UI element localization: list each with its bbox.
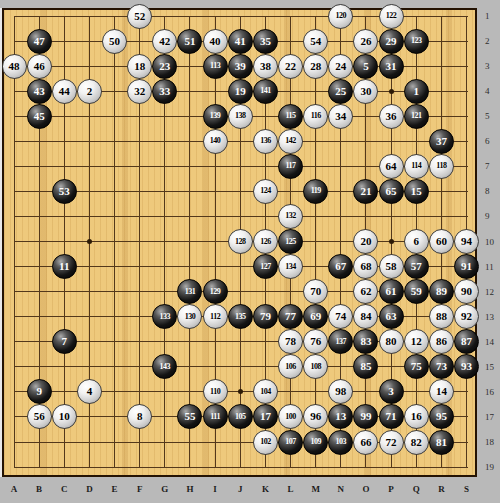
row-label-19: 19 [485,462,500,472]
stone-5-black-O3[interactable]: 5 [353,54,378,79]
stone-number: 104 [260,388,271,396]
stone-number: 29 [386,36,397,47]
stone-number: 37 [436,136,447,147]
stone-56-white-B17[interactable]: 56 [27,404,52,429]
stone-number: 143 [160,363,171,371]
stone-34-white-N5[interactable]: 34 [328,104,353,129]
stone-117-black-L7[interactable]: 117 [278,154,303,179]
stone-111-black-I17[interactable]: 111 [203,404,228,429]
stone-118-white-R7[interactable]: 118 [429,154,454,179]
stone-59-black-Q12[interactable]: 59 [404,279,429,304]
stone-15-black-Q8[interactable]: 15 [404,179,429,204]
stone-number: 113 [210,62,220,70]
stone-number: 87 [461,336,472,347]
stone-number: 81 [436,437,447,448]
col-label-G: G [157,484,173,494]
stone-number: 39 [235,61,246,72]
grid-hline [14,366,468,367]
row-label-3: 3 [485,61,500,71]
row-label-11: 11 [485,262,500,272]
stone-123-black-Q2[interactable]: 123 [404,29,429,54]
stone-number: 77 [285,311,296,322]
grid-hline [14,467,468,468]
stone-number: 122 [386,12,397,20]
star-point-P4 [389,89,394,94]
stone-number: 83 [360,336,371,347]
stone-135-black-J13[interactable]: 135 [228,304,253,329]
stone-number: 121 [411,112,422,120]
stone-number: 98 [335,386,346,397]
stone-number: 63 [386,311,397,322]
stone-12-white-Q14[interactable]: 12 [404,329,429,354]
stone-number: 62 [360,286,371,297]
stone-number: 44 [59,86,70,97]
row-label-18: 18 [485,437,500,447]
stone-number: 118 [436,162,446,170]
row-label-16: 16 [485,387,500,397]
stone-number: 18 [134,61,145,72]
stone-number: 135 [235,313,246,321]
grid-vline [189,16,190,468]
stone-number: 53 [59,186,70,197]
stone-number: 75 [411,361,422,372]
stone-103-black-N18[interactable]: 103 [328,430,353,455]
stone-number: 137 [336,338,347,346]
stone-number: 141 [260,87,271,95]
stone-90-white-S12[interactable]: 90 [454,279,479,304]
stone-number: 6 [413,236,419,247]
stone-number: 91 [461,261,472,272]
stone-80-white-P14[interactable]: 80 [379,329,404,354]
stone-94-white-S10[interactable]: 94 [454,229,479,254]
col-label-A: A [6,484,22,494]
stone-number: 106 [285,363,296,371]
stone-number: 34 [335,111,346,122]
col-label-P: P [383,484,399,494]
stone-number: 115 [286,112,296,120]
stone-number: 66 [360,437,371,448]
stone-number: 31 [386,61,397,72]
stone-number: 70 [310,286,321,297]
stone-number: 96 [310,411,321,422]
row-label-2: 2 [485,36,500,46]
stone-number: 140 [210,137,221,145]
stone-25-black-N4[interactable]: 25 [328,79,353,104]
col-label-I: I [207,484,223,494]
row-label-12: 12 [485,287,500,297]
stone-number: 72 [386,437,397,448]
stone-139-black-I5[interactable]: 139 [203,104,228,129]
stone-number: 43 [34,86,45,97]
row-label-13: 13 [485,312,500,322]
stone-79-black-K13[interactable]: 79 [253,304,278,329]
stone-81-black-R18[interactable]: 81 [429,430,454,455]
stone-61-black-P12[interactable]: 61 [379,279,404,304]
stone-72-white-P18[interactable]: 72 [379,430,404,455]
stone-134-white-L11[interactable]: 134 [278,254,303,279]
stone-number: 94 [461,236,472,247]
stone-number: 30 [360,86,371,97]
stone-33-black-G4[interactable]: 33 [152,79,177,104]
stone-63-black-P13[interactable]: 63 [379,304,404,329]
stone-number: 78 [285,336,296,347]
stone-number: 50 [109,36,120,47]
stone-38-white-K3[interactable]: 38 [253,54,278,79]
stone-number: 32 [134,86,145,97]
stone-number: 82 [411,437,422,448]
stone-number: 131 [185,288,196,296]
stone-115-black-L5[interactable]: 115 [278,104,303,129]
stone-number: 23 [159,61,170,72]
stone-48-white-A3[interactable]: 48 [2,54,27,79]
stone-31-black-P3[interactable]: 31 [379,54,404,79]
stone-number: 93 [461,361,472,372]
col-label-R: R [433,484,449,494]
stone-number: 1 [413,86,419,97]
stone-number: 100 [285,413,296,421]
stone-45-black-B5[interactable]: 45 [27,104,52,129]
stone-number: 127 [260,263,271,271]
star-point-D10 [87,239,92,244]
stone-number: 14 [436,386,447,397]
stone-75-black-Q15[interactable]: 75 [404,354,429,379]
stone-1-black-Q4[interactable]: 1 [404,79,429,104]
stone-number: 89 [436,286,447,297]
stone-number: 7 [62,336,68,347]
stone-number: 119 [311,187,321,195]
stone-136-white-K6[interactable]: 136 [253,129,278,154]
stone-37-black-R6[interactable]: 37 [429,129,454,154]
stone-number: 67 [335,261,346,272]
stone-number: 130 [185,313,196,321]
stone-number: 76 [310,336,321,347]
stone-number: 109 [310,438,321,446]
stone-number: 45 [34,111,45,122]
col-label-N: N [333,484,349,494]
stone-86-white-R14[interactable]: 86 [429,329,454,354]
stone-88-white-R13[interactable]: 88 [429,304,454,329]
stone-number: 56 [34,411,45,422]
stone-number: 4 [87,386,93,397]
stone-number: 65 [386,186,397,197]
col-label-B: B [31,484,47,494]
stone-number: 11 [59,261,69,272]
stone-32-white-F4[interactable]: 32 [127,79,152,104]
stone-number: 69 [310,311,321,322]
grid-vline [315,16,316,468]
stone-number: 68 [360,261,371,272]
stone-number: 15 [411,186,422,197]
go-diagram-screen: 1234567891011121314151617181920212223242… [0,0,500,503]
stone-number: 25 [335,86,346,97]
stone-number: 10 [59,411,70,422]
stone-number: 73 [436,361,447,372]
stone-number: 139 [210,112,221,120]
stone-71-black-P17[interactable]: 71 [379,404,404,429]
stone-41-black-J2[interactable]: 41 [228,29,253,54]
stone-number: 88 [436,311,447,322]
stone-43-black-B4[interactable]: 43 [27,79,52,104]
stone-125-black-L10[interactable]: 125 [278,229,303,254]
stone-number: 86 [436,336,447,347]
row-label-5: 5 [485,111,500,121]
stone-40-white-I2[interactable]: 40 [203,29,228,54]
stone-36-white-P5[interactable]: 36 [379,104,404,129]
row-label-6: 6 [485,136,500,146]
stone-number: 12 [411,336,422,347]
stone-number: 103 [336,438,347,446]
stone-number: 36 [386,111,397,122]
stone-121-black-Q5[interactable]: 121 [404,104,429,129]
stone-120-white-N1[interactable]: 120 [328,4,353,29]
stone-126-white-K10[interactable]: 126 [253,229,278,254]
row-label-9: 9 [485,211,500,221]
col-label-L: L [283,484,299,494]
stone-30-white-O4[interactable]: 30 [353,79,378,104]
stone-42-white-G2[interactable]: 42 [152,29,177,54]
col-label-H: H [182,484,198,494]
stone-number: 2 [87,86,93,97]
stone-119-black-M8[interactable]: 119 [303,179,328,204]
stone-122-white-P1[interactable]: 122 [379,4,404,29]
stone-58-white-P11[interactable]: 58 [379,254,404,279]
stone-number: 61 [386,286,397,297]
stone-number: 35 [260,36,271,47]
stone-22-white-L3[interactable]: 22 [278,54,303,79]
stone-57-black-Q11[interactable]: 57 [404,254,429,279]
stone-89-black-R12[interactable]: 89 [429,279,454,304]
stone-number: 24 [335,61,346,72]
stone-number: 42 [159,36,170,47]
stone-7-black-C14[interactable]: 7 [52,329,77,354]
row-label-15: 15 [485,362,500,372]
stone-number: 19 [235,86,246,97]
stone-110-white-I16[interactable]: 110 [203,379,228,404]
stone-number: 17 [260,411,271,422]
col-label-O: O [358,484,374,494]
stone-64-white-P7[interactable]: 64 [379,154,404,179]
board-left-bevel [0,8,2,477]
row-label-14: 14 [485,337,500,347]
stone-109-black-M18[interactable]: 109 [303,430,328,455]
stone-number: 132 [285,212,296,220]
stone-23-black-G3[interactable]: 23 [152,54,177,79]
stone-44-white-C4[interactable]: 44 [52,79,77,104]
stone-11-black-C11[interactable]: 11 [52,254,77,279]
row-label-4: 4 [485,86,500,96]
stone-129-black-I12[interactable]: 129 [203,279,228,304]
stone-number: 102 [260,438,271,446]
stone-number: 74 [335,311,346,322]
stone-number: 111 [210,413,220,421]
stone-number: 60 [436,236,447,247]
stone-102-white-K18[interactable]: 102 [253,430,278,455]
stone-number: 41 [235,36,246,47]
stone-number: 16 [411,411,422,422]
col-label-Q: Q [408,484,424,494]
row-label-17: 17 [485,412,500,422]
stone-24-white-N3[interactable]: 24 [328,54,353,79]
stone-number: 129 [210,288,221,296]
stone-128-white-J10[interactable]: 128 [228,229,253,254]
row-label-7: 7 [485,161,500,171]
stone-number: 3 [388,386,394,397]
stone-number: 47 [34,36,45,47]
stone-number: 26 [360,36,371,47]
stone-number: 57 [411,261,422,272]
stone-number: 5 [363,61,369,72]
stone-46-white-B3[interactable]: 46 [27,54,52,79]
stone-60-white-R10[interactable]: 60 [429,229,454,254]
stone-number: 108 [310,363,321,371]
stone-number: 84 [360,311,371,322]
stone-51-black-H2[interactable]: 51 [177,29,202,54]
stone-19-black-J4[interactable]: 19 [228,79,253,104]
stone-53-black-C8[interactable]: 53 [52,179,77,204]
stone-number: 99 [360,411,371,422]
stone-2-white-D4[interactable]: 2 [77,79,102,104]
stone-number: 90 [461,286,472,297]
stone-number: 9 [36,386,42,397]
stone-number: 46 [34,61,45,72]
stone-number: 85 [360,361,371,372]
stone-number: 54 [310,36,321,47]
stone-number: 48 [9,61,20,72]
stone-number: 51 [184,36,195,47]
row-label-8: 8 [485,186,500,196]
stone-26-white-O2[interactable]: 26 [353,29,378,54]
stone-138-white-J5[interactable]: 138 [228,104,253,129]
stone-132-white-L9[interactable]: 132 [278,204,303,229]
stone-number: 133 [160,313,171,321]
stone-number: 110 [210,388,220,396]
stone-113-black-I3[interactable]: 113 [203,54,228,79]
stone-number: 126 [260,238,271,246]
stone-number: 117 [286,162,296,170]
stone-65-black-P8[interactable]: 65 [379,179,404,204]
col-label-C: C [56,484,72,494]
stone-number: 55 [184,411,195,422]
col-label-E: E [107,484,123,494]
stone-127-black-K11[interactable]: 127 [253,254,278,279]
stone-number: 116 [311,112,321,120]
stone-35-black-K2[interactable]: 35 [253,29,278,54]
stone-124-white-K8[interactable]: 124 [253,179,278,204]
stone-6-white-Q10[interactable]: 6 [404,229,429,254]
stone-number: 21 [360,186,371,197]
stone-number: 71 [386,411,397,422]
stone-28-white-M3[interactable]: 28 [303,54,328,79]
stone-47-black-B2[interactable]: 47 [27,29,52,54]
grid-vline [14,16,15,468]
stone-number: 28 [310,61,321,72]
stone-number: 40 [210,36,221,47]
row-label-10: 10 [485,237,500,247]
stone-number: 58 [386,261,397,272]
stone-54-white-M2[interactable]: 54 [303,29,328,54]
stone-number: 124 [260,187,271,195]
col-label-S: S [459,484,475,494]
stone-number: 8 [137,411,143,422]
stone-number: 20 [360,236,371,247]
stone-66-white-O18[interactable]: 66 [353,430,378,455]
stone-number: 107 [285,438,296,446]
col-label-K: K [257,484,273,494]
stone-52-white-F1[interactable]: 52 [127,4,152,29]
stone-number: 52 [134,11,145,22]
stone-116-white-M5[interactable]: 116 [303,104,328,129]
stone-107-black-L18[interactable]: 107 [278,430,303,455]
stone-number: 38 [260,61,271,72]
stone-number: 64 [386,161,397,172]
row-label-1: 1 [485,11,500,21]
stone-number: 22 [285,61,296,72]
stone-141-black-K4[interactable]: 141 [253,79,278,104]
stone-3-black-P16[interactable]: 3 [379,379,404,404]
stone-91-black-S11[interactable]: 91 [454,254,479,279]
stone-29-black-P2[interactable]: 29 [379,29,404,54]
stone-number: 92 [461,311,472,322]
stone-number: 112 [210,313,220,321]
stone-number: 79 [260,311,271,322]
col-label-J: J [232,484,248,494]
stone-number: 33 [159,86,170,97]
stone-50-white-E2[interactable]: 50 [102,29,127,54]
stone-9-black-B16[interactable]: 9 [27,379,52,404]
col-label-D: D [81,484,97,494]
stone-number: 105 [235,413,246,421]
stone-number: 123 [411,37,422,45]
stone-number: 95 [436,411,447,422]
stone-number: 128 [235,238,246,246]
stone-114-white-Q7[interactable]: 114 [404,154,429,179]
grid-hline [14,141,468,142]
stone-number: 59 [411,286,422,297]
stone-82-white-Q18[interactable]: 82 [404,430,429,455]
stone-number: 80 [386,336,397,347]
stone-112-white-I13[interactable]: 112 [203,304,228,329]
stone-number: 125 [285,238,296,246]
stone-39-black-J3[interactable]: 39 [228,54,253,79]
stone-number: 114 [411,162,421,170]
stone-number: 134 [285,263,296,271]
stone-number: 136 [260,137,271,145]
stone-number: 13 [335,411,346,422]
stone-number: 142 [285,137,296,145]
col-label-M: M [308,484,324,494]
stone-140-white-I6[interactable]: 140 [203,129,228,154]
grid-hline [14,216,468,217]
stone-18-white-F3[interactable]: 18 [127,54,152,79]
stone-number: 138 [235,112,246,120]
star-point-P10 [389,239,394,244]
col-label-F: F [132,484,148,494]
stone-number: 120 [336,12,347,20]
stone-142-white-L6[interactable]: 142 [278,129,303,154]
grid-vline [114,16,115,468]
